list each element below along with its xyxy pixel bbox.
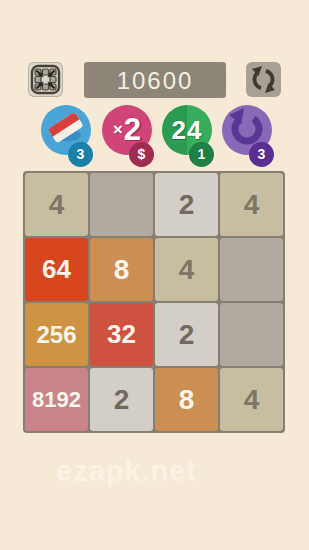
tile-4: 4 xyxy=(220,368,283,431)
eraser-count-badge: 3 xyxy=(68,142,93,167)
tile24-count-badge: 1 xyxy=(189,142,214,167)
merge-tiles-icon xyxy=(28,83,63,100)
tile-32: 32 xyxy=(90,303,153,366)
multiplier-cost-badge: $ xyxy=(129,142,154,167)
tile-8192: 8192 xyxy=(25,368,88,431)
multiplier-label-x: × xyxy=(113,120,123,140)
powerup-tile24-button[interactable]: 24 1 xyxy=(162,105,212,155)
restart-button[interactable] xyxy=(246,62,281,97)
watermark-text: ezapk.net xyxy=(56,455,197,488)
tile24-label: 24 xyxy=(172,115,203,146)
merge-tiles-button[interactable] xyxy=(28,62,63,97)
score-display: 10600 xyxy=(84,62,226,98)
powerup-multiplier-button[interactable]: × 2 $ xyxy=(102,105,152,155)
restart-icon xyxy=(246,83,281,100)
powerup-undo-button[interactable]: 3 xyxy=(222,105,272,155)
game-screen: 10600 3 × 2 $ 24 1 xyxy=(0,0,309,550)
undo-count-badge: 3 xyxy=(249,142,274,167)
tile-8: 8 xyxy=(155,368,218,431)
tile-64: 64 xyxy=(25,238,88,301)
tile-4: 4 xyxy=(220,173,283,236)
tile-8: 8 xyxy=(90,238,153,301)
board-grid-4x4[interactable]: 42464842563228192284 xyxy=(23,171,285,433)
empty-cell xyxy=(220,303,283,366)
tile-256: 256 xyxy=(25,303,88,366)
tile-2: 2 xyxy=(155,303,218,366)
empty-cell xyxy=(220,238,283,301)
empty-cell xyxy=(90,173,153,236)
tile-2: 2 xyxy=(155,173,218,236)
tile-2: 2 xyxy=(90,368,153,431)
powerup-eraser-button[interactable]: 3 xyxy=(41,105,91,155)
tile-4: 4 xyxy=(25,173,88,236)
tile-4: 4 xyxy=(155,238,218,301)
